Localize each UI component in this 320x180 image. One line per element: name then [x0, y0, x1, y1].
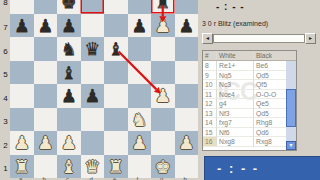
square-e8[interactable] — [104, 0, 128, 14]
square-b8[interactable] — [34, 0, 58, 14]
square-d3[interactable] — [81, 108, 105, 132]
square-e4[interactable] — [104, 84, 128, 108]
rank-label-1: 1 — [2, 164, 9, 173]
square-b7[interactable]: ♟ — [34, 14, 58, 38]
black-pawn[interactable]: ♟ — [128, 14, 152, 38]
white-move[interactable]: Re1+ — [217, 61, 254, 71]
square-b2[interactable]: ♟ — [34, 131, 58, 155]
black-move[interactable]: Be6 — [254, 61, 286, 71]
square-f8[interactable] — [128, 0, 152, 14]
square-g3[interactable] — [151, 108, 175, 132]
square-b4[interactable] — [34, 84, 58, 108]
square-b3[interactable] — [34, 108, 58, 132]
black-pawn[interactable]: ♟ — [34, 14, 58, 38]
square-e3[interactable] — [104, 108, 128, 132]
square-b1[interactable] — [34, 155, 58, 179]
opponent-clock: - : - - — [216, 1, 245, 12]
square-e1[interactable]: ♜ — [104, 155, 128, 179]
square-c3[interactable] — [57, 108, 81, 132]
black-move[interactable]: Rhg8 — [254, 118, 286, 128]
square-h6[interactable] — [175, 37, 199, 61]
square-d1[interactable]: ♛ — [81, 155, 105, 179]
square-c5[interactable]: ♝ — [57, 61, 81, 85]
square-f6[interactable] — [128, 37, 152, 61]
rank-label-8: 8 — [2, 0, 9, 7]
file-label-c: c — [66, 176, 69, 180]
square-h8[interactable] — [175, 0, 199, 14]
white-pawn[interactable]: ♟ — [34, 131, 58, 155]
move-row-16[interactable]: 16Nxg8Rxg8 — [203, 137, 296, 147]
square-d5[interactable] — [81, 61, 105, 85]
square-f2[interactable]: ♟ — [128, 131, 152, 155]
file-label-g: g — [160, 176, 163, 180]
black-move[interactable]: Qf5 — [254, 80, 286, 90]
square-d7[interactable] — [81, 14, 105, 38]
player-clock: - : - - — [217, 161, 259, 176]
move-row-8[interactable]: 8Re1+Be6 — [203, 61, 296, 71]
square-e5[interactable] — [104, 61, 128, 85]
square-c8[interactable]: ♚ — [57, 0, 81, 14]
square-f5[interactable] — [128, 61, 152, 85]
seek-track[interactable] — [213, 34, 305, 43]
black-pawn[interactable]: ♟ — [57, 84, 81, 108]
header-move-number: # — [203, 51, 217, 60]
square-a2[interactable]: ♟ — [10, 131, 34, 155]
header-white: White — [217, 51, 254, 60]
square-a3[interactable] — [10, 108, 34, 132]
square-e7[interactable] — [104, 14, 128, 38]
square-c4[interactable]: ♟ — [57, 84, 81, 108]
square-f3[interactable]: ♞ — [128, 108, 152, 132]
square-a6[interactable] — [10, 37, 34, 61]
seek-right-button[interactable]: ▸ — [305, 33, 316, 44]
header-black: Black — [254, 51, 286, 60]
square-g6[interactable] — [151, 37, 175, 61]
black-move[interactable]: Qd6 — [254, 128, 286, 138]
white-move[interactable]: fxg7 — [217, 118, 254, 128]
move-row-10[interactable]: 10Nc3Qf5 — [203, 80, 296, 90]
move-number[interactable]: 14 — [203, 118, 217, 128]
black-bishop[interactable]: ♝ — [57, 61, 81, 85]
move-number[interactable]: 16 — [203, 137, 217, 147]
move-row-12[interactable]: 12g4Qe5 — [203, 99, 296, 109]
rank-label-5: 5 — [2, 70, 9, 79]
square-d6[interactable]: ♛ — [81, 37, 105, 61]
file-label-b: b — [43, 176, 46, 180]
square-c2[interactable]: ♟ — [57, 131, 81, 155]
square-g1[interactable]: ♚ — [151, 155, 175, 179]
black-move[interactable]: Rxg8 — [254, 137, 286, 147]
move-number[interactable]: 13 — [203, 109, 217, 119]
white-knight[interactable]: ♞ — [128, 108, 152, 132]
black-queen[interactable]: ♛ — [81, 37, 105, 61]
white-pawn[interactable]: ♟ — [10, 131, 34, 155]
square-c7[interactable]: ♟ — [57, 14, 81, 38]
white-move[interactable]: Ng5 — [217, 71, 254, 81]
move-list-rows: 8Re1+Be69Ng5Qd510Nc3Qf511Nce4O-O-O12g4Qe… — [203, 61, 296, 147]
black-move[interactable]: Qd5 — [254, 71, 286, 81]
move-number[interactable]: 15 — [203, 128, 217, 138]
move-seek-bar: ◂ ▸ — [202, 33, 316, 44]
rank-label-4: 4 — [2, 94, 9, 103]
file-label-d: d — [90, 176, 93, 180]
black-pawn[interactable]: ♟ — [175, 14, 199, 38]
blitzin-window: { "game": "chess", "position": "2k3r1/pp… — [0, 0, 320, 180]
square-b6[interactable] — [34, 37, 58, 61]
white-king[interactable]: ♚ — [151, 155, 175, 179]
white-move[interactable]: Nce4 — [217, 90, 254, 100]
black-pawn[interactable]: ♟ — [10, 14, 34, 38]
square-e6[interactable]: ♝ — [104, 37, 128, 61]
file-label-h: h — [184, 176, 187, 180]
move-list-header: # White Black — [203, 51, 296, 61]
square-g5[interactable] — [151, 61, 175, 85]
square-a5[interactable] — [10, 61, 34, 85]
black-move[interactable]: O-O-O — [254, 90, 286, 100]
square-d2[interactable] — [81, 131, 105, 155]
chess-board[interactable]: ♚♜♟♟♟♟♟♟♞♛♝♝♟♟♟♞♟♟♟♟♟♜♝♛♜♚ — [10, 0, 198, 178]
black-move[interactable]: Qe5 — [254, 99, 286, 109]
rank-label-7: 7 — [2, 23, 9, 32]
square-b5[interactable] — [34, 61, 58, 85]
square-a7[interactable]: ♟ — [10, 14, 34, 38]
square-h4[interactable] — [175, 84, 199, 108]
square-h2[interactable]: ♟ — [175, 131, 199, 155]
black-knight[interactable]: ♞ — [57, 37, 81, 61]
white-pawn[interactable]: ♟ — [151, 84, 175, 108]
square-a4[interactable] — [10, 84, 34, 108]
black-rook[interactable]: ♜ — [151, 0, 175, 14]
move-row-14[interactable]: 14fxg7Rhg8 — [203, 118, 296, 128]
move-list-table: ICC # White Black 8Re1+Be69Ng5Qd510Nc3Qf… — [202, 50, 297, 151]
square-g2[interactable] — [151, 131, 175, 155]
white-pawn[interactable]: ♟ — [57, 131, 81, 155]
black-move[interactable]: Qd5 — [254, 109, 286, 119]
white-move[interactable]: Nf6 — [217, 128, 254, 138]
file-label-a: a — [19, 176, 22, 180]
move-number[interactable]: 12 — [203, 99, 217, 109]
rank-label-2: 2 — [2, 141, 9, 150]
square-f1[interactable] — [128, 155, 152, 179]
file-label-e: e — [113, 176, 116, 180]
file-label-f: f — [137, 176, 139, 180]
square-g7[interactable]: ♟ — [151, 14, 175, 38]
white-pawn[interactable]: ♟ — [151, 14, 175, 38]
white-bishop[interactable]: ♝ — [57, 155, 81, 179]
black-king[interactable]: ♚ — [57, 0, 81, 14]
black-pawn[interactable]: ♟ — [57, 14, 81, 38]
white-pawn[interactable]: ♟ — [128, 131, 152, 155]
rank-label-6: 6 — [2, 47, 9, 56]
move-number[interactable]: 10 — [203, 80, 217, 90]
move-number[interactable]: 8 — [203, 61, 217, 71]
white-rook[interactable]: ♜ — [104, 155, 128, 179]
white-move[interactable]: Nc3 — [217, 80, 254, 90]
square-g4[interactable]: ♟ — [151, 84, 175, 108]
square-d8[interactable] — [81, 0, 105, 14]
move-row-13[interactable]: 13Nf3Qd5 — [203, 109, 296, 119]
square-a1[interactable]: ♜ — [10, 155, 34, 179]
white-move[interactable]: Nf3 — [217, 109, 254, 119]
square-f4[interactable] — [128, 84, 152, 108]
square-h1[interactable] — [175, 155, 199, 179]
move-number[interactable]: 11 — [203, 90, 217, 100]
square-d4[interactable]: ♟ — [81, 84, 105, 108]
square-h3[interactable] — [175, 108, 199, 132]
active-clock-box: - : - - — [204, 156, 320, 180]
white-queen[interactable]: ♛ — [81, 155, 105, 179]
move-number[interactable]: 9 — [203, 71, 217, 81]
black-bishop[interactable]: ♝ — [104, 37, 128, 61]
white-rook[interactable]: ♜ — [10, 155, 34, 179]
square-f7[interactable]: ♟ — [128, 14, 152, 38]
square-c1[interactable]: ♝ — [57, 155, 81, 179]
move-row-11[interactable]: 11Nce4O-O-O — [203, 90, 296, 100]
black-pawn[interactable]: ♟ — [81, 84, 105, 108]
square-h5[interactable] — [175, 61, 199, 85]
square-c6[interactable]: ♞ — [57, 37, 81, 61]
move-row-15[interactable]: 15Nf6Qd6 — [203, 128, 296, 138]
game-panel: - : - - 3 0 r Blitz (examined) ◂ ▸ ICC #… — [198, 0, 320, 180]
rank-label-3: 3 — [2, 117, 9, 126]
seek-left-button[interactable]: ◂ — [202, 33, 213, 44]
white-pawn[interactable]: ♟ — [175, 131, 199, 155]
square-h7[interactable]: ♟ — [175, 14, 199, 38]
white-move[interactable]: g4 — [217, 99, 254, 109]
white-move[interactable]: Nxg8 — [217, 137, 254, 147]
square-e2[interactable] — [104, 131, 128, 155]
square-a8[interactable] — [10, 0, 34, 14]
game-status-line: 3 0 r Blitz (examined) — [202, 20, 268, 27]
move-row-9[interactable]: 9Ng5Qd5 — [203, 71, 296, 81]
square-g8[interactable]: ♜ — [151, 0, 175, 14]
